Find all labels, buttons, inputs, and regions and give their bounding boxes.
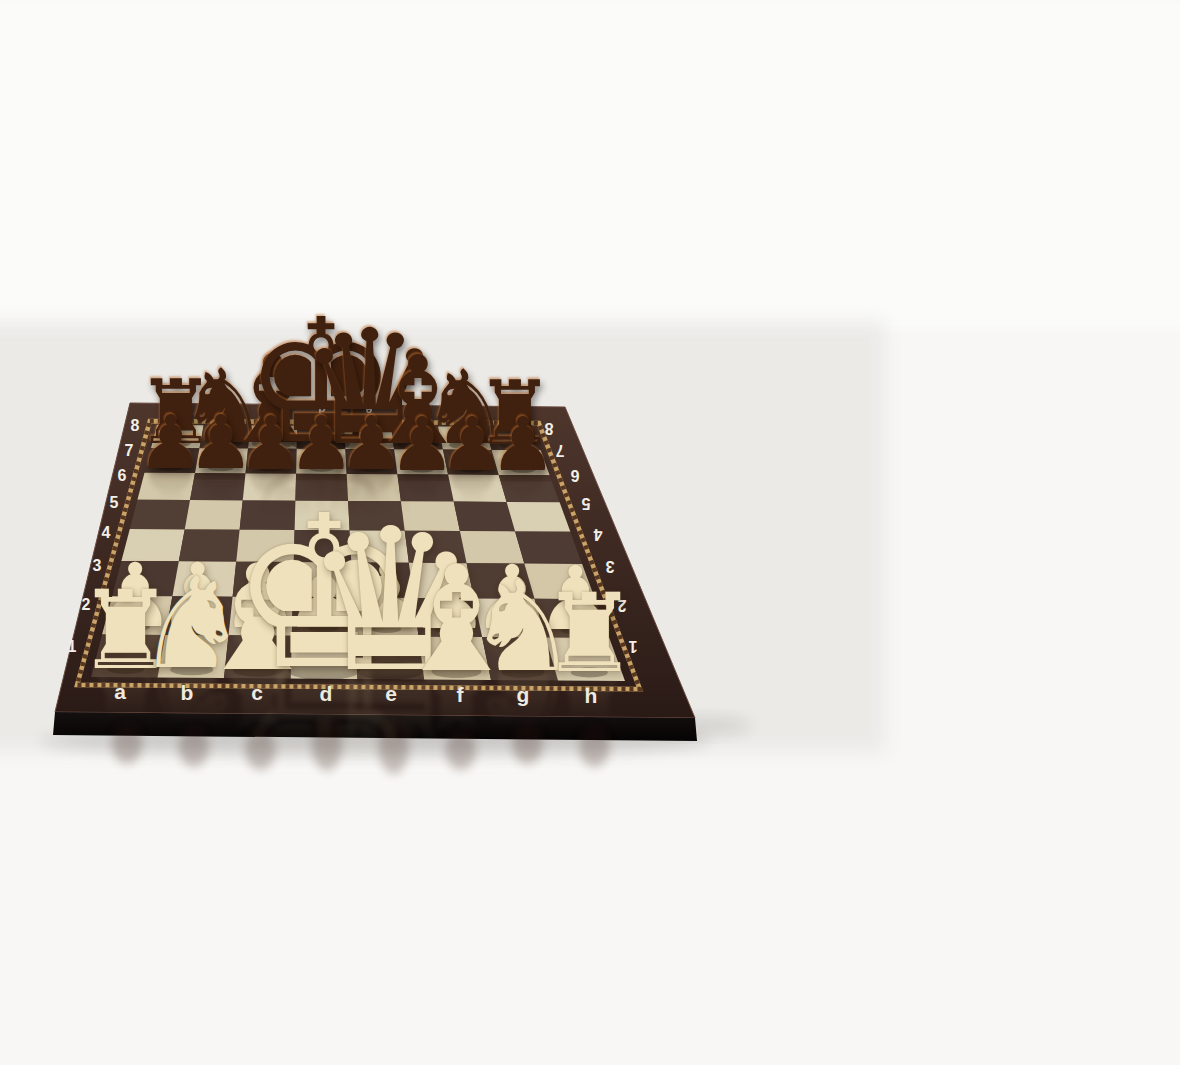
piece-glyph: ♟ [490,407,556,481]
product-photo: abcdefghabcdefgh1234567812345678 ♜♜♞♞♝♝♚… [0,0,1180,1065]
piece-white-rook-h1: ♜♜ [540,579,638,688]
piece-black-pawn-h7: ♟♟ [490,407,556,481]
piece-glyph: ♜ [540,579,638,688]
pieces-layer: ♜♜♞♞♝♝♚♚♛♛♝♝♞♞♜♜♟♟♟♟♟♟♟♟♟♟♟♟♟♟♟♟♟♟♟♟♟♟♟♟… [0,0,1180,1065]
